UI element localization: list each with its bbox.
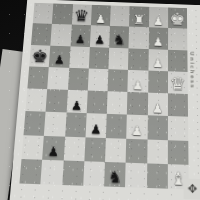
black-p-glyph: ♟ xyxy=(75,34,86,46)
black-p-glyph: ♟ xyxy=(90,123,102,136)
piece-black-n-h4: ♞ xyxy=(104,162,126,188)
white-p-glyph: ♟ xyxy=(152,102,163,115)
white-r-glyph: ♜ xyxy=(133,14,145,27)
board-logo-icon: ✥ xyxy=(183,178,200,199)
white-p-glyph: ♟ xyxy=(131,125,143,138)
pieces-layer: ♛♟♟♞♚♟♟♟♟♞♟♜♟♚♟♟♟♛♟♟♝ xyxy=(19,3,188,190)
black-p-glyph: ♟ xyxy=(47,146,59,159)
piece-black-p-e6: ♟ xyxy=(66,90,87,114)
piece-white-k-a1: ♚ xyxy=(168,7,187,28)
chess-board: ♛♟♟♞♚♟♟♟♟♞♟♜♟♚♟♟♟♛♟♟♝ Unichess ✥ xyxy=(10,0,200,200)
cross-logo-glyph: ✥ xyxy=(188,182,198,196)
piece-black-p-f5: ♟ xyxy=(85,113,106,137)
piece-white-p-a2: ♟ xyxy=(149,7,168,28)
black-q-glyph: ♛ xyxy=(73,8,89,25)
white-p-glyph: ♟ xyxy=(95,14,106,26)
black-n-glyph: ♞ xyxy=(113,33,126,47)
white-p-glyph: ♟ xyxy=(153,16,164,28)
piece-black-p-b6: ♟ xyxy=(70,25,91,47)
piece-white-p-b2: ♟ xyxy=(148,27,168,49)
black-p-glyph: ♟ xyxy=(71,99,83,112)
piece-black-p-b5: ♟ xyxy=(90,25,110,47)
piece-black-k-c8: ♚ xyxy=(29,45,50,67)
black-p-glyph: ♟ xyxy=(54,54,66,66)
black-k-glyph: ♚ xyxy=(31,48,48,66)
piece-white-r-a3: ♜ xyxy=(129,6,149,27)
chess-photo-scene: ♛♟♟♞♚♟♟♟♟♞♟♜♟♚♟♟♟♛♟♟♝ Unichess ✥ xyxy=(0,0,200,200)
piece-white-p-d3: ♟ xyxy=(128,70,148,93)
black-p-glyph: ♟ xyxy=(94,34,105,46)
white-p-glyph: ♟ xyxy=(153,36,164,48)
piece-white-q-d1: ♛ xyxy=(168,71,188,94)
piece-white-p-c2: ♟ xyxy=(148,49,168,71)
piece-white-p-e2: ♟ xyxy=(147,93,167,117)
white-p-glyph: ♟ xyxy=(132,79,143,91)
board-brand-text: Unichess xyxy=(189,51,196,119)
piece-black-p-c7: ♟ xyxy=(49,45,70,67)
piece-white-p-f3: ♟ xyxy=(126,115,147,139)
piece-black-q-a6: ♛ xyxy=(71,4,91,25)
piece-black-p-g7: ♟ xyxy=(42,135,64,160)
black-n-glyph: ♞ xyxy=(108,169,122,186)
white-p-glyph: ♟ xyxy=(152,58,163,70)
piece-white-p-a5: ♟ xyxy=(91,5,111,26)
white-q-glyph: ♛ xyxy=(170,75,186,93)
piece-black-n-b4: ♞ xyxy=(109,26,129,48)
white-k-glyph: ♚ xyxy=(170,11,186,28)
